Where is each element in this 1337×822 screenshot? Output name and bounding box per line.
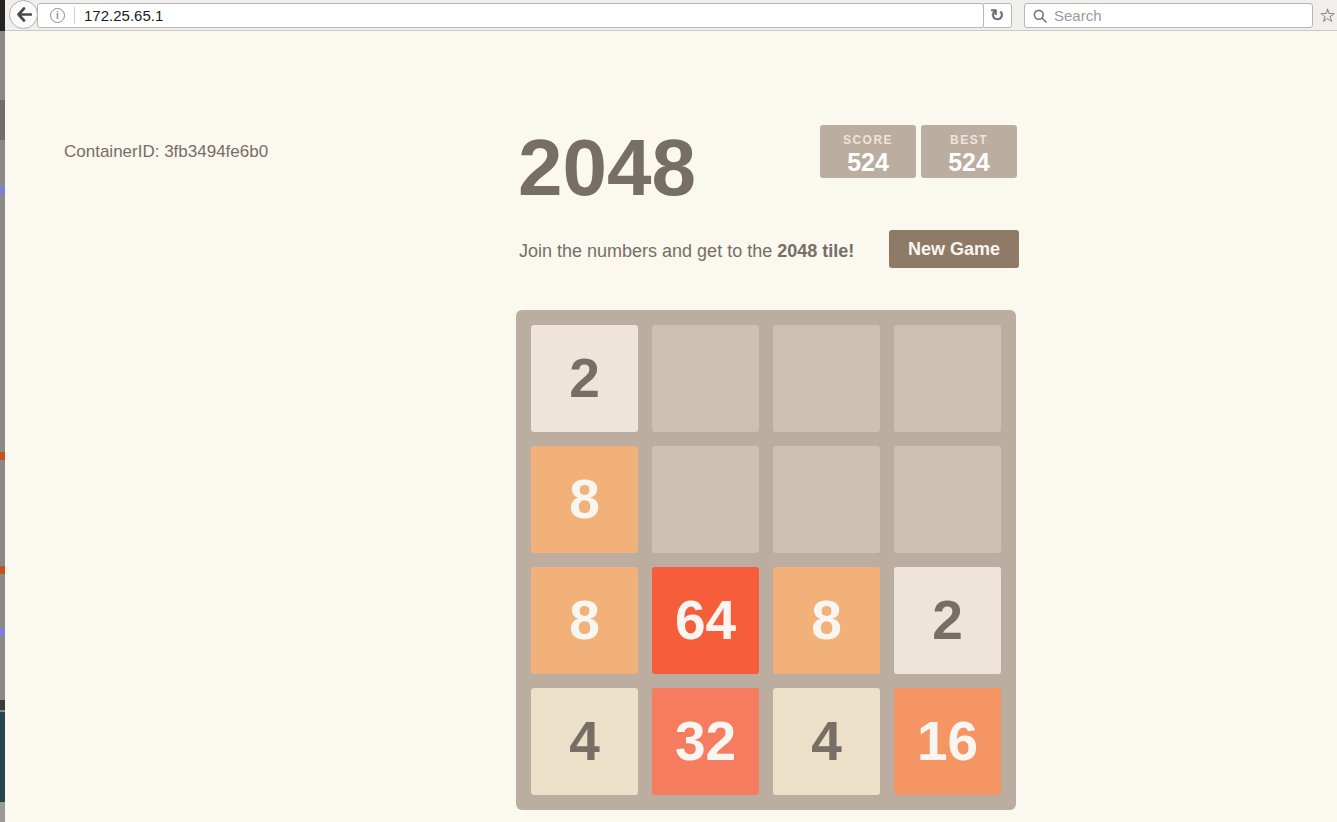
url-bar[interactable]: i [37, 3, 984, 28]
board-grid[interactable]: 2886482432416 [516, 310, 1016, 810]
tile-4: 4 [773, 688, 880, 795]
back-arrow-icon [16, 7, 32, 22]
tile-8: 8 [531, 446, 638, 553]
intro-text: Join the numbers and get to the 2048 til… [519, 241, 854, 262]
tile-8: 8 [531, 567, 638, 674]
empty-cell [773, 446, 880, 553]
url-input[interactable] [84, 7, 944, 24]
tile-2: 2 [894, 567, 1001, 674]
best-label: BEST [950, 133, 988, 147]
browser-toolbar: i ↻ ☆ [0, 0, 1337, 31]
empty-cell [773, 325, 880, 432]
info-icon[interactable]: i [50, 8, 65, 23]
best-box: BEST 524 [921, 125, 1017, 178]
empty-cell [652, 325, 759, 432]
bookmark-star-icon[interactable]: ☆ [1319, 4, 1336, 27]
score-box: SCORE 524 [820, 125, 916, 178]
empty-cell [652, 446, 759, 553]
best-value: 524 [948, 148, 990, 177]
tile-4: 4 [531, 688, 638, 795]
tile-32: 32 [652, 688, 759, 795]
tile-16: 16 [894, 688, 1001, 795]
back-button[interactable] [9, 0, 38, 29]
page-content: ContainerID: 3fb3494fe6b0 2048 SCORE 524… [5, 32, 1337, 822]
reload-icon: ↻ [990, 5, 1004, 26]
url-separator [74, 7, 75, 24]
score-label: SCORE [843, 133, 893, 147]
tile-8: 8 [773, 567, 880, 674]
container-id-label: ContainerID: 3fb3494fe6b0 [64, 142, 268, 162]
search-bar[interactable] [1024, 3, 1313, 28]
empty-cell [894, 446, 1001, 553]
tile-2: 2 [531, 325, 638, 432]
search-input[interactable] [1054, 7, 1294, 24]
score-value: 524 [847, 148, 889, 177]
page-title: 2048 [518, 128, 696, 208]
background-window-sliver [0, 0, 5, 822]
new-game-button[interactable]: New Game [889, 230, 1019, 268]
empty-cell [894, 325, 1001, 432]
intro-text-bold: 2048 tile! [777, 241, 854, 261]
reload-button[interactable]: ↻ [982, 3, 1012, 28]
magnifier-icon [1033, 9, 1047, 23]
intro-text-plain: Join the numbers and get to the [519, 241, 777, 261]
tile-64: 64 [652, 567, 759, 674]
